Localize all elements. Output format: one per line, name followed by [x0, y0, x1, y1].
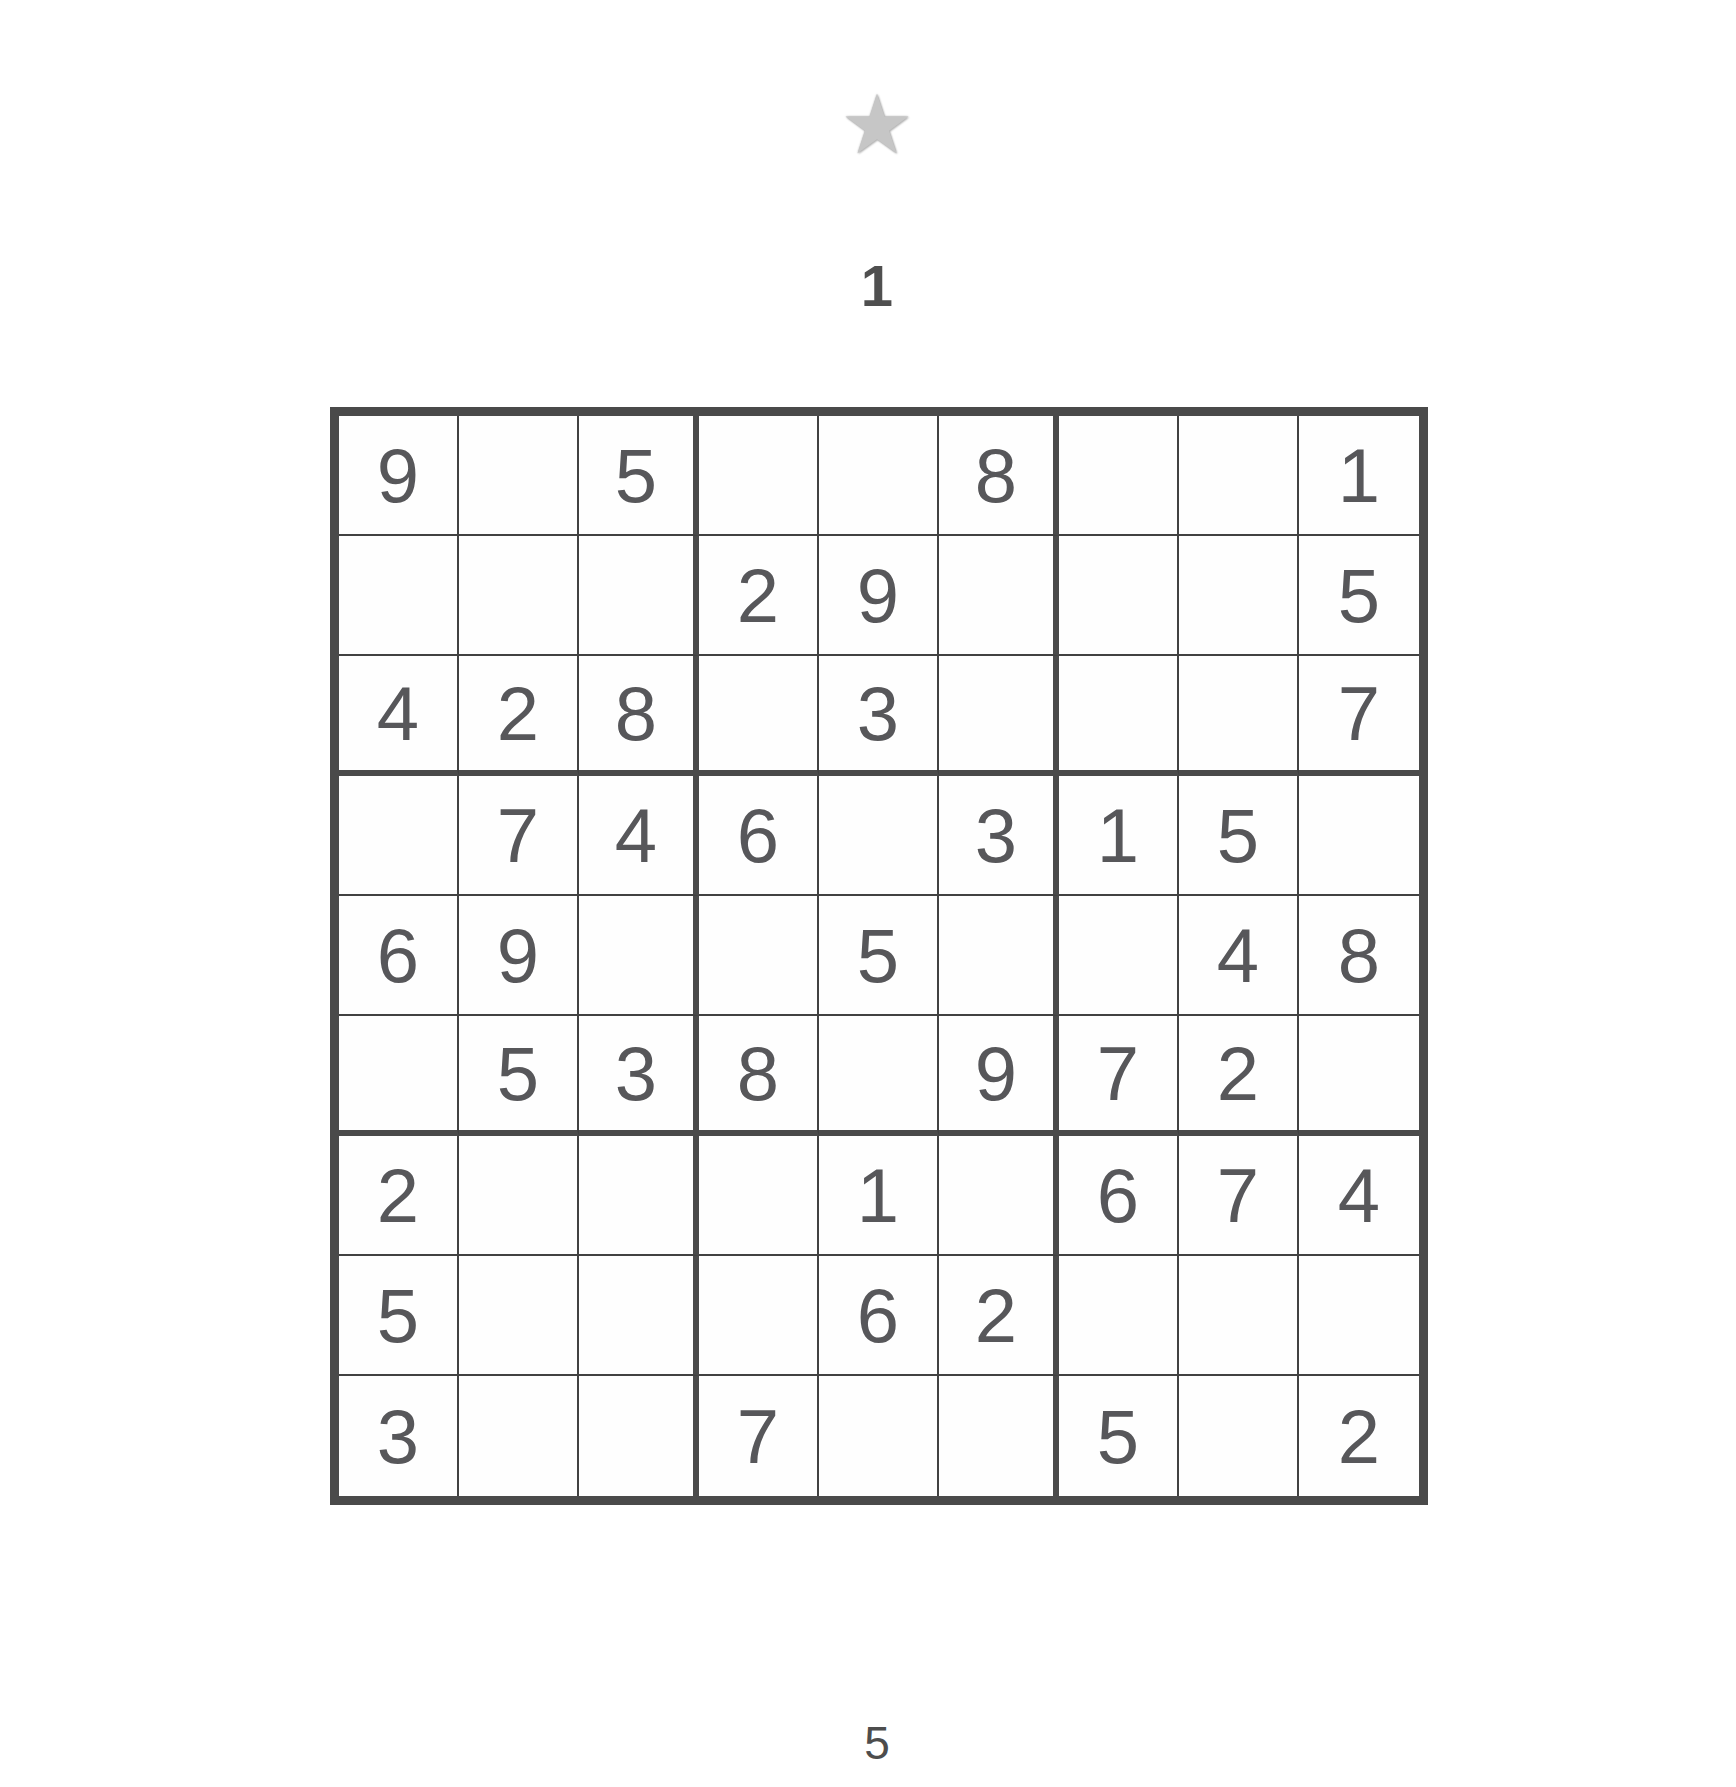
cell-r8c6: 2 — [939, 1256, 1059, 1376]
given-digit: 2 — [975, 1272, 1017, 1359]
cell-r2c6[interactable] — [939, 536, 1059, 656]
cell-r9c2[interactable] — [459, 1376, 579, 1496]
given-digit: 7 — [1097, 1030, 1139, 1117]
given-digit: 5 — [377, 1272, 419, 1359]
cell-r8c7[interactable] — [1059, 1256, 1179, 1376]
cell-r1c7[interactable] — [1059, 416, 1179, 536]
cell-r7c4[interactable] — [699, 1136, 819, 1256]
given-digit: 6 — [377, 912, 419, 999]
cell-r3c4[interactable] — [699, 656, 819, 776]
given-digit: 5 — [497, 1030, 539, 1117]
cell-r3c6[interactable] — [939, 656, 1059, 776]
cell-r8c5: 6 — [819, 1256, 939, 1376]
cell-r2c3[interactable] — [579, 536, 699, 656]
difficulty-rating: ★ — [0, 84, 1736, 166]
cell-r6c4: 8 — [699, 1016, 819, 1136]
cell-r9c3[interactable] — [579, 1376, 699, 1496]
cell-r1c8[interactable] — [1179, 416, 1299, 536]
given-digit: 9 — [857, 552, 899, 639]
given-digit: 9 — [377, 432, 419, 519]
cell-r5c6[interactable] — [939, 896, 1059, 1016]
cell-r9c5[interactable] — [819, 1376, 939, 1496]
cell-r2c5: 9 — [819, 536, 939, 656]
given-digit: 3 — [377, 1393, 419, 1480]
cell-r5c2: 9 — [459, 896, 579, 1016]
star-icon: ★ — [840, 79, 914, 170]
cell-r6c5[interactable] — [819, 1016, 939, 1136]
cell-r5c5: 5 — [819, 896, 939, 1016]
given-digit: 8 — [615, 670, 657, 757]
given-digit: 3 — [857, 670, 899, 757]
cell-r8c8[interactable] — [1179, 1256, 1299, 1376]
cell-r1c4[interactable] — [699, 416, 819, 536]
given-digit: 7 — [737, 1393, 779, 1480]
given-digit: 5 — [1217, 792, 1259, 879]
given-digit: 1 — [1097, 792, 1139, 879]
cell-r1c2[interactable] — [459, 416, 579, 536]
given-digit: 2 — [737, 552, 779, 639]
cell-r3c7[interactable] — [1059, 656, 1179, 776]
given-digit: 7 — [1217, 1152, 1259, 1239]
cell-r4c5[interactable] — [819, 776, 939, 896]
cell-r8c1: 5 — [339, 1256, 459, 1376]
cell-r9c6[interactable] — [939, 1376, 1059, 1496]
cell-r1c5[interactable] — [819, 416, 939, 536]
cell-r7c8: 7 — [1179, 1136, 1299, 1256]
given-digit: 2 — [1338, 1393, 1380, 1480]
cell-r1c3: 5 — [579, 416, 699, 536]
given-digit: 2 — [377, 1152, 419, 1239]
cell-r1c1: 9 — [339, 416, 459, 536]
given-digit: 8 — [975, 432, 1017, 519]
cell-r8c9[interactable] — [1299, 1256, 1419, 1376]
given-digit: 5 — [1097, 1393, 1139, 1480]
cell-r1c9: 1 — [1299, 416, 1419, 536]
cell-r3c8[interactable] — [1179, 656, 1299, 776]
sudoku-grid: 9581295428377463156954853897221674562375… — [330, 407, 1428, 1505]
cell-r5c1: 6 — [339, 896, 459, 1016]
cell-r2c1[interactable] — [339, 536, 459, 656]
cell-r6c9[interactable] — [1299, 1016, 1419, 1136]
given-digit: 9 — [497, 912, 539, 999]
given-digit: 8 — [737, 1030, 779, 1117]
cell-r4c9[interactable] — [1299, 776, 1419, 896]
given-digit: 8 — [1338, 912, 1380, 999]
given-digit: 9 — [975, 1030, 1017, 1117]
cell-r2c4: 2 — [699, 536, 819, 656]
cell-r3c9: 7 — [1299, 656, 1419, 776]
cell-r2c8[interactable] — [1179, 536, 1299, 656]
cell-r6c1[interactable] — [339, 1016, 459, 1136]
cell-r3c5: 3 — [819, 656, 939, 776]
cell-r7c3[interactable] — [579, 1136, 699, 1256]
cell-r7c1: 2 — [339, 1136, 459, 1256]
cell-r8c2[interactable] — [459, 1256, 579, 1376]
cell-r2c2[interactable] — [459, 536, 579, 656]
given-digit: 2 — [497, 670, 539, 757]
given-digit: 7 — [497, 792, 539, 879]
cell-r7c9: 4 — [1299, 1136, 1419, 1256]
cell-r7c2[interactable] — [459, 1136, 579, 1256]
cell-r3c1: 4 — [339, 656, 459, 776]
cell-r9c9: 2 — [1299, 1376, 1419, 1496]
cell-r5c8: 4 — [1179, 896, 1299, 1016]
given-digit: 5 — [1338, 552, 1380, 639]
cell-r4c6: 3 — [939, 776, 1059, 896]
puzzle-number: 1 — [0, 252, 1736, 319]
cell-r5c3[interactable] — [579, 896, 699, 1016]
cell-r9c7: 5 — [1059, 1376, 1179, 1496]
cell-r3c3: 8 — [579, 656, 699, 776]
cell-r6c6: 9 — [939, 1016, 1059, 1136]
given-digit: 2 — [1217, 1030, 1259, 1117]
cell-r7c6[interactable] — [939, 1136, 1059, 1256]
cell-r4c4: 6 — [699, 776, 819, 896]
cell-r1c6: 8 — [939, 416, 1059, 536]
given-digit: 4 — [377, 670, 419, 757]
given-digit: 3 — [615, 1030, 657, 1117]
given-digit: 4 — [615, 792, 657, 879]
cell-r2c7[interactable] — [1059, 536, 1179, 656]
cell-r8c4[interactable] — [699, 1256, 819, 1376]
cell-r4c1[interactable] — [339, 776, 459, 896]
given-digit: 1 — [1338, 432, 1380, 519]
cell-r2c9: 5 — [1299, 536, 1419, 656]
cell-r7c7: 6 — [1059, 1136, 1179, 1256]
cell-r3c2: 2 — [459, 656, 579, 776]
given-digit: 1 — [857, 1152, 899, 1239]
given-digit: 6 — [1097, 1152, 1139, 1239]
cell-r4c7: 1 — [1059, 776, 1179, 896]
page-number: 5 — [0, 1716, 1736, 1770]
cell-r5c9: 8 — [1299, 896, 1419, 1016]
given-digit: 5 — [615, 432, 657, 519]
given-digit: 6 — [737, 792, 779, 879]
cell-r9c4: 7 — [699, 1376, 819, 1496]
given-digit: 6 — [857, 1272, 899, 1359]
cell-r6c3: 3 — [579, 1016, 699, 1136]
cell-r4c3: 4 — [579, 776, 699, 896]
cell-r9c1: 3 — [339, 1376, 459, 1496]
page: { "game": "sudoku", "position": "9.5..8.… — [0, 0, 1736, 1787]
cell-r5c7[interactable] — [1059, 896, 1179, 1016]
cell-r7c5: 1 — [819, 1136, 939, 1256]
cell-r6c7: 7 — [1059, 1016, 1179, 1136]
cell-r4c2: 7 — [459, 776, 579, 896]
cell-r9c8[interactable] — [1179, 1376, 1299, 1496]
given-digit: 3 — [975, 792, 1017, 879]
given-digit: 4 — [1338, 1152, 1380, 1239]
cell-r8c3[interactable] — [579, 1256, 699, 1376]
given-digit: 7 — [1338, 670, 1380, 757]
cell-r6c2: 5 — [459, 1016, 579, 1136]
given-digit: 5 — [857, 912, 899, 999]
cell-r6c8: 2 — [1179, 1016, 1299, 1136]
cell-r4c8: 5 — [1179, 776, 1299, 896]
cell-r5c4[interactable] — [699, 896, 819, 1016]
given-digit: 4 — [1217, 912, 1259, 999]
